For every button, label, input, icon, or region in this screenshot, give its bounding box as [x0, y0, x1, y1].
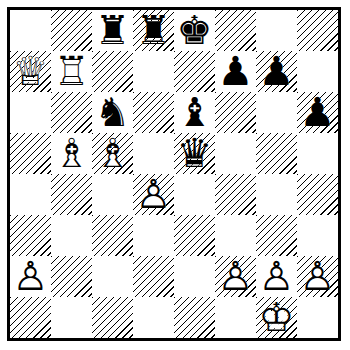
black-knight[interactable]: ♞♞ — [92, 92, 133, 133]
square-c8[interactable]: ♜♜ — [92, 10, 133, 51]
black-rook[interactable]: ♜♜ — [92, 10, 133, 51]
black-pawn-icon: ♟ — [297, 91, 338, 132]
square-f3[interactable] — [215, 215, 256, 256]
white-rook-icon: ♖ — [51, 50, 92, 91]
black-rook-icon: ♜ — [133, 9, 174, 50]
square-e1[interactable] — [174, 297, 215, 338]
square-a1[interactable] — [10, 297, 51, 338]
square-g2[interactable]: ♟♙ — [256, 256, 297, 297]
square-f8[interactable] — [215, 10, 256, 51]
white-pawn-icon: ♙ — [10, 255, 51, 296]
white-bishop[interactable]: ♝♗ — [51, 133, 92, 174]
white-bishop-icon: ♗ — [51, 132, 92, 173]
black-king[interactable]: ♚♚ — [174, 10, 215, 51]
square-f5[interactable] — [215, 133, 256, 174]
white-pawn[interactable]: ♟♙ — [10, 256, 51, 297]
square-g6[interactable] — [256, 92, 297, 133]
square-g3[interactable] — [256, 215, 297, 256]
square-a6[interactable] — [10, 92, 51, 133]
square-g7[interactable]: ♟♟ — [256, 51, 297, 92]
square-c1[interactable] — [92, 297, 133, 338]
square-b7[interactable]: ♜♖ — [51, 51, 92, 92]
square-h2[interactable]: ♟♙ — [297, 256, 338, 297]
white-bishop-icon: ♗ — [92, 132, 133, 173]
square-h3[interactable] — [297, 215, 338, 256]
white-pawn[interactable]: ♟♙ — [215, 256, 256, 297]
square-h1[interactable] — [297, 297, 338, 338]
square-g1[interactable]: ♚♔ — [256, 297, 297, 338]
square-h6[interactable]: ♟♟ — [297, 92, 338, 133]
square-g5[interactable] — [256, 133, 297, 174]
square-e4[interactable] — [174, 174, 215, 215]
square-f1[interactable] — [215, 297, 256, 338]
square-b2[interactable] — [51, 256, 92, 297]
square-b6[interactable] — [51, 92, 92, 133]
white-pawn-icon: ♙ — [133, 173, 174, 214]
white-king[interactable]: ♚♔ — [256, 297, 297, 338]
white-king-icon: ♔ — [256, 296, 297, 337]
black-bishop[interactable]: ♝♝ — [174, 92, 215, 133]
black-pawn-icon: ♟ — [215, 50, 256, 91]
square-d8[interactable]: ♜♜ — [133, 10, 174, 51]
white-queen-icon: ♕ — [10, 50, 51, 91]
square-d2[interactable] — [133, 256, 174, 297]
square-d3[interactable] — [133, 215, 174, 256]
square-g4[interactable] — [256, 174, 297, 215]
black-pawn-icon: ♟ — [256, 50, 297, 91]
square-b8[interactable] — [51, 10, 92, 51]
white-queen[interactable]: ♛♕ — [10, 51, 51, 92]
square-c3[interactable] — [92, 215, 133, 256]
black-pawn[interactable]: ♟♟ — [256, 51, 297, 92]
square-h7[interactable] — [297, 51, 338, 92]
square-b3[interactable] — [51, 215, 92, 256]
square-b4[interactable] — [51, 174, 92, 215]
white-pawn-icon: ♙ — [256, 255, 297, 296]
square-h5[interactable] — [297, 133, 338, 174]
square-d6[interactable] — [133, 92, 174, 133]
square-g8[interactable] — [256, 10, 297, 51]
chess-board: ♜♜♜♜♚♚♛♕♜♖♟♟♟♟♞♞♝♝♟♟♝♗♝♗♛♛♟♙♟♙♟♙♟♙♟♙♚♔ — [10, 10, 338, 338]
white-pawn[interactable]: ♟♙ — [297, 256, 338, 297]
black-bishop-icon: ♝ — [174, 91, 215, 132]
black-knight-icon: ♞ — [92, 91, 133, 132]
square-c6[interactable]: ♞♞ — [92, 92, 133, 133]
black-queen-icon: ♛ — [174, 132, 215, 173]
square-f4[interactable] — [215, 174, 256, 215]
square-d1[interactable] — [133, 297, 174, 338]
square-d5[interactable] — [133, 133, 174, 174]
square-f7[interactable]: ♟♟ — [215, 51, 256, 92]
square-e2[interactable] — [174, 256, 215, 297]
white-pawn[interactable]: ♟♙ — [256, 256, 297, 297]
square-a5[interactable] — [10, 133, 51, 174]
black-rook[interactable]: ♜♜ — [133, 10, 174, 51]
square-b1[interactable] — [51, 297, 92, 338]
square-e5[interactable]: ♛♛ — [174, 133, 215, 174]
square-e6[interactable]: ♝♝ — [174, 92, 215, 133]
square-c4[interactable] — [92, 174, 133, 215]
black-pawn[interactable]: ♟♟ — [297, 92, 338, 133]
black-pawn[interactable]: ♟♟ — [215, 51, 256, 92]
square-d7[interactable] — [133, 51, 174, 92]
square-e7[interactable] — [174, 51, 215, 92]
square-f6[interactable] — [215, 92, 256, 133]
square-c2[interactable] — [92, 256, 133, 297]
square-b5[interactable]: ♝♗ — [51, 133, 92, 174]
square-h4[interactable] — [297, 174, 338, 215]
white-bishop[interactable]: ♝♗ — [92, 133, 133, 174]
square-e8[interactable]: ♚♚ — [174, 10, 215, 51]
square-d4[interactable]: ♟♙ — [133, 174, 174, 215]
square-a2[interactable]: ♟♙ — [10, 256, 51, 297]
square-c5[interactable]: ♝♗ — [92, 133, 133, 174]
board-frame: ♜♜♜♜♚♚♛♕♜♖♟♟♟♟♞♞♝♝♟♟♝♗♝♗♛♛♟♙♟♙♟♙♟♙♟♙♚♔ — [7, 7, 341, 341]
black-king-icon: ♚ — [174, 9, 215, 50]
black-queen[interactable]: ♛♛ — [174, 133, 215, 174]
square-f2[interactable]: ♟♙ — [215, 256, 256, 297]
white-pawn-icon: ♙ — [215, 255, 256, 296]
square-a8[interactable] — [10, 10, 51, 51]
square-h8[interactable] — [297, 10, 338, 51]
square-c7[interactable] — [92, 51, 133, 92]
square-a3[interactable] — [10, 215, 51, 256]
black-rook-icon: ♜ — [92, 9, 133, 50]
square-a4[interactable] — [10, 174, 51, 215]
white-pawn-icon: ♙ — [297, 255, 338, 296]
square-a7[interactable]: ♛♕ — [10, 51, 51, 92]
square-e3[interactable] — [174, 215, 215, 256]
white-rook[interactable]: ♜♖ — [51, 51, 92, 92]
white-pawn[interactable]: ♟♙ — [133, 174, 174, 215]
